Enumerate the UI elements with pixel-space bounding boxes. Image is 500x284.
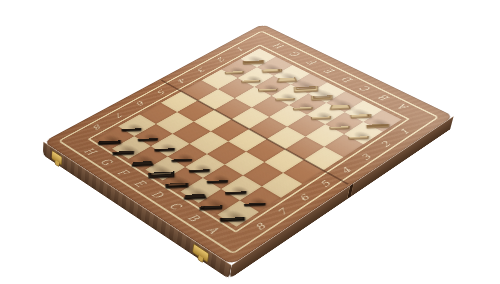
white-pawn-glyph: ♟ bbox=[334, 102, 382, 147]
brass-latch-left-corner bbox=[51, 150, 62, 166]
fold-seam-edge-gap bbox=[347, 183, 353, 199]
chess-board: HGFEDCBA HGFEDCBA 12345678 12345678 ♜♞♝♛… bbox=[43, 24, 453, 265]
product-photo-stage: HGFEDCBA HGFEDCBA 12345678 12345678 ♜♞♝♛… bbox=[0, 0, 500, 284]
